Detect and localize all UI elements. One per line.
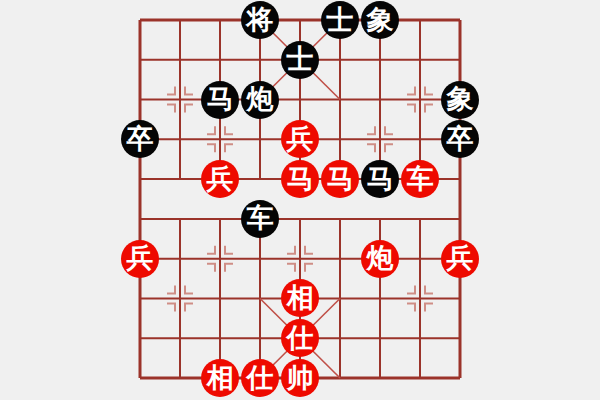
red-horse[interactable]: 马 [321,160,359,198]
point-mark [225,144,233,152]
red-cannon[interactable]: 炮 [361,240,399,278]
point-mark [305,264,313,272]
red-advisor[interactable]: 仕 [281,319,319,357]
black-advisor[interactable]: 士 [321,1,359,39]
point-mark [407,87,415,95]
point-mark [385,144,393,152]
point-mark [185,105,193,113]
point-mark [407,285,415,293]
point-mark [287,246,295,254]
red-soldier[interactable]: 兵 [121,240,159,278]
point-mark [425,285,433,293]
red-advisor[interactable]: 仕 [241,359,279,397]
black-horse[interactable]: 马 [361,160,399,198]
red-soldier[interactable]: 兵 [281,120,319,158]
point-mark [167,285,175,293]
point-mark [167,303,175,311]
black-elephant[interactable]: 象 [361,1,399,39]
red-soldier[interactable]: 兵 [441,240,479,278]
point-mark [167,87,175,95]
point-mark [407,105,415,113]
point-mark [367,126,375,134]
black-elephant[interactable]: 象 [441,81,479,119]
black-horse[interactable]: 马 [201,81,239,119]
red-general[interactable]: 帅 [281,359,319,397]
red-chariot[interactable]: 车 [401,160,439,198]
point-mark [207,126,215,134]
point-mark [185,303,193,311]
point-mark [425,105,433,113]
point-mark [425,87,433,95]
point-mark [287,264,295,272]
point-mark [207,144,215,152]
point-mark [207,246,215,254]
red-soldier[interactable]: 兵 [201,160,239,198]
black-general[interactable]: 将 [241,1,279,39]
point-mark [225,126,233,134]
xiangqi-board[interactable]: 将士象士马炮象卒兵卒兵马马马车车兵炮兵相仕相仕帅 [0,0,600,400]
point-mark [425,303,433,311]
point-mark [225,264,233,272]
black-advisor[interactable]: 士 [281,41,319,79]
black-cannon[interactable]: 炮 [241,81,279,119]
point-mark [185,87,193,95]
point-mark [407,303,415,311]
black-soldier[interactable]: 卒 [121,120,159,158]
point-mark [225,246,233,254]
point-mark [185,285,193,293]
point-mark [207,264,215,272]
point-mark [305,246,313,254]
black-chariot[interactable]: 车 [241,200,279,238]
point-mark [167,105,175,113]
red-elephant[interactable]: 相 [201,359,239,397]
red-horse[interactable]: 马 [281,160,319,198]
black-soldier[interactable]: 卒 [441,120,479,158]
red-elephant[interactable]: 相 [281,279,319,317]
point-mark [367,144,375,152]
point-mark [385,126,393,134]
